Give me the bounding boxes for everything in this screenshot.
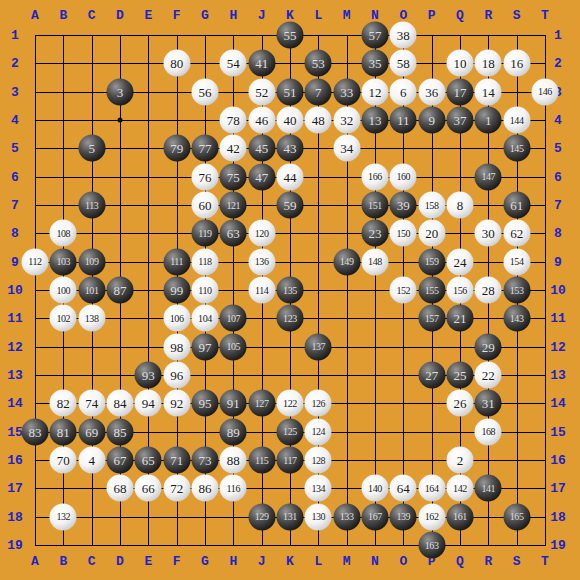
stone-black-161-Q18[interactable]: 161 [447, 503, 474, 530]
stone-white-40-K4[interactable]: 40 [277, 107, 304, 134]
stone-black-165-S18[interactable]: 165 [503, 503, 530, 530]
move-number: 17 [454, 85, 467, 98]
stone-black-147-R6[interactable]: 147 [475, 163, 502, 190]
stone-black-167-N18[interactable]: 167 [362, 503, 389, 530]
move-number: 111 [170, 257, 183, 267]
stone-black-153-S10[interactable]: 153 [503, 277, 530, 304]
row-label-left: 13 [7, 368, 23, 383]
stone-white-132-B18[interactable]: 132 [50, 503, 77, 530]
stone-black-75-H6[interactable]: 75 [220, 163, 247, 190]
stone-black-99-F10[interactable]: 99 [163, 277, 190, 304]
move-number: 115 [255, 455, 268, 465]
move-number: 47 [255, 170, 268, 183]
move-number: 78 [227, 114, 240, 127]
stone-white-120-J8[interactable]: 120 [248, 220, 275, 247]
stone-black-131-K18[interactable]: 131 [277, 503, 304, 530]
move-number: 63 [227, 227, 240, 240]
row-label-left: 4 [11, 113, 19, 128]
move-number: 41 [255, 57, 268, 70]
stone-black-103-B9[interactable]: 103 [50, 248, 77, 275]
stone-white-110-G10[interactable]: 110 [192, 277, 219, 304]
stone-black-123-K11[interactable]: 123 [277, 305, 304, 332]
stone-black-23-N8[interactable]: 23 [362, 220, 389, 247]
move-number: 9 [428, 114, 435, 127]
move-number: 52 [255, 85, 268, 98]
stone-white-12-N3[interactable]: 12 [362, 78, 389, 105]
stone-white-28-R10[interactable]: 28 [475, 277, 502, 304]
stone-black-45-J5[interactable]: 45 [248, 135, 275, 162]
stone-black-87-D10[interactable]: 87 [107, 277, 134, 304]
move-number: 33 [340, 85, 353, 98]
stone-white-54-H2[interactable]: 54 [220, 50, 247, 77]
stone-black-95-G14[interactable]: 95 [192, 390, 219, 417]
stone-white-86-G17[interactable]: 86 [192, 475, 219, 502]
stone-white-100-B10[interactable]: 100 [50, 277, 77, 304]
stone-white-56-G3[interactable]: 56 [192, 78, 219, 105]
stone-white-158-P7[interactable]: 158 [418, 192, 445, 219]
stone-white-46-J4[interactable]: 46 [248, 107, 275, 134]
stone-black-91-H14[interactable]: 91 [220, 390, 247, 417]
row-label-right: 8 [554, 226, 562, 241]
column-label-bottom: L [314, 554, 322, 569]
stone-white-84-D14[interactable]: 84 [107, 390, 134, 417]
move-number: 20 [425, 227, 438, 240]
row-label-left: 14 [7, 396, 23, 411]
stone-black-107-H11[interactable]: 107 [220, 305, 247, 332]
column-label-top: J [258, 8, 266, 23]
stone-black-141-R17[interactable]: 141 [475, 475, 502, 502]
column-label-top: C [88, 8, 96, 23]
move-number: 64 [397, 482, 410, 495]
stone-black-59-K7[interactable]: 59 [277, 192, 304, 219]
stone-black-65-E16[interactable]: 65 [135, 447, 162, 474]
stone-white-78-H4[interactable]: 78 [220, 107, 247, 134]
stone-white-34-M5[interactable]: 34 [333, 135, 360, 162]
move-number: 150 [396, 228, 410, 238]
move-number: 127 [255, 398, 269, 408]
row-label-right: 9 [554, 254, 562, 269]
stone-white-122-K14[interactable]: 122 [277, 390, 304, 417]
move-number: 167 [368, 512, 382, 522]
move-number: 13 [369, 114, 382, 127]
stone-white-94-E14[interactable]: 94 [135, 390, 162, 417]
move-number: 14 [482, 85, 495, 98]
stone-black-93-E13[interactable]: 93 [135, 362, 162, 389]
stone-black-109-C9[interactable]: 109 [78, 248, 105, 275]
stone-white-20-P8[interactable]: 20 [418, 220, 445, 247]
stone-black-31-R14[interactable]: 31 [475, 390, 502, 417]
grid-line-horizontal [35, 347, 546, 348]
move-number: 72 [170, 482, 183, 495]
stone-white-26-Q14[interactable]: 26 [447, 390, 474, 417]
move-number: 126 [311, 398, 325, 408]
stone-black-5-C5[interactable]: 5 [78, 135, 105, 162]
move-number: 53 [312, 57, 325, 70]
move-number: 8 [457, 199, 464, 212]
column-label-bottom: N [371, 554, 379, 569]
move-number: 88 [227, 454, 240, 467]
column-label-bottom: G [201, 554, 209, 569]
stone-white-126-L14[interactable]: 126 [305, 390, 332, 417]
column-label-top: P [428, 8, 436, 23]
stone-white-8-Q7[interactable]: 8 [447, 192, 474, 219]
move-number: 120 [255, 228, 269, 238]
stone-white-108-B8[interactable]: 108 [50, 220, 77, 247]
move-number: 109 [85, 257, 99, 267]
move-number: 26 [454, 397, 467, 410]
column-label-bottom: D [116, 554, 124, 569]
move-number: 40 [284, 114, 297, 127]
stone-white-88-H16[interactable]: 88 [220, 447, 247, 474]
move-number: 161 [453, 512, 467, 522]
stone-black-33-M3[interactable]: 33 [333, 78, 360, 105]
move-number: 25 [454, 369, 467, 382]
stone-white-38-O1[interactable]: 38 [390, 22, 417, 49]
stone-white-96-F13[interactable]: 96 [163, 362, 190, 389]
move-number: 108 [56, 228, 70, 238]
stone-black-83-A15[interactable]: 83 [22, 418, 49, 445]
stone-black-143-S11[interactable]: 143 [503, 305, 530, 332]
move-number: 106 [170, 313, 184, 323]
stone-black-11-O4[interactable]: 11 [390, 107, 417, 134]
stone-black-61-S7[interactable]: 61 [503, 192, 530, 219]
row-label-right: 2 [554, 56, 562, 71]
stone-white-4-C16[interactable]: 4 [78, 447, 105, 474]
stone-white-116-H17[interactable]: 116 [220, 475, 247, 502]
move-number: 37 [454, 114, 467, 127]
move-number: 98 [170, 340, 183, 353]
column-label-top: T [541, 8, 549, 23]
move-number: 166 [368, 172, 382, 182]
stone-white-130-L18[interactable]: 130 [305, 503, 332, 530]
stone-black-121-H7[interactable]: 121 [220, 192, 247, 219]
stone-black-89-H15[interactable]: 89 [220, 418, 247, 445]
move-number: 102 [56, 313, 70, 323]
column-label-top: D [116, 8, 124, 23]
stone-white-104-G11[interactable]: 104 [192, 305, 219, 332]
stone-white-146-T3[interactable]: 146 [532, 78, 559, 105]
stone-white-80-F2[interactable]: 80 [163, 50, 190, 77]
stone-black-79-F5[interactable]: 79 [163, 135, 190, 162]
stone-black-81-B15[interactable]: 81 [50, 418, 77, 445]
move-number: 142 [453, 483, 467, 493]
stone-black-159-P9[interactable]: 159 [418, 248, 445, 275]
stone-white-48-L4[interactable]: 48 [305, 107, 332, 134]
move-number: 5 [88, 142, 95, 155]
stone-black-47-J6[interactable]: 47 [248, 163, 275, 190]
stone-white-62-S8[interactable]: 62 [503, 220, 530, 247]
stone-black-67-D16[interactable]: 67 [107, 447, 134, 474]
stone-black-163-P19[interactable]: 163 [418, 532, 445, 559]
stone-white-124-L15[interactable]: 124 [305, 418, 332, 445]
stone-white-138-C11[interactable]: 138 [78, 305, 105, 332]
stone-black-39-O7[interactable]: 39 [390, 192, 417, 219]
stone-white-142-Q17[interactable]: 142 [447, 475, 474, 502]
stone-white-140-N17[interactable]: 140 [362, 475, 389, 502]
move-number: 157 [425, 313, 439, 323]
stone-white-36-P3[interactable]: 36 [418, 78, 445, 105]
stone-white-76-G6[interactable]: 76 [192, 163, 219, 190]
move-number: 119 [198, 228, 211, 238]
stone-black-151-N7[interactable]: 151 [362, 192, 389, 219]
move-number: 10 [454, 57, 467, 70]
stone-black-117-K16[interactable]: 117 [277, 447, 304, 474]
move-number: 18 [482, 57, 495, 70]
stone-black-69-C15[interactable]: 69 [78, 418, 105, 445]
column-label-bottom: Q [456, 554, 464, 569]
stone-black-149-M9[interactable]: 149 [333, 248, 360, 275]
move-number: 82 [57, 397, 70, 410]
move-number: 160 [396, 172, 410, 182]
move-number: 95 [199, 397, 212, 410]
move-number: 97 [199, 340, 212, 353]
stone-black-119-G8[interactable]: 119 [192, 220, 219, 247]
move-number: 69 [85, 425, 98, 438]
stone-black-127-J14[interactable]: 127 [248, 390, 275, 417]
stone-black-129-J18[interactable]: 129 [248, 503, 275, 530]
stone-black-63-H8[interactable]: 63 [220, 220, 247, 247]
column-label-bottom: A [31, 554, 39, 569]
stone-black-125-K15[interactable]: 125 [277, 418, 304, 445]
row-label-left: 11 [7, 311, 23, 326]
row-label-left: 2 [11, 56, 19, 71]
stone-black-27-P13[interactable]: 27 [418, 362, 445, 389]
move-number: 30 [482, 227, 495, 240]
stone-black-139-O18[interactable]: 139 [390, 503, 417, 530]
column-label-bottom: K [286, 554, 294, 569]
move-number: 86 [199, 482, 212, 495]
stone-white-68-D17[interactable]: 68 [107, 475, 134, 502]
column-label-top: E [144, 8, 152, 23]
stone-white-82-B14[interactable]: 82 [50, 390, 77, 417]
move-number: 44 [284, 170, 297, 183]
move-number: 134 [311, 483, 325, 493]
move-number: 39 [397, 199, 410, 212]
stone-white-58-O2[interactable]: 58 [390, 50, 417, 77]
stone-white-164-P17[interactable]: 164 [418, 475, 445, 502]
move-number: 84 [114, 397, 127, 410]
row-label-left: 8 [11, 226, 19, 241]
column-label-bottom: C [88, 554, 96, 569]
move-number: 148 [368, 257, 382, 267]
stone-black-13-N4[interactable]: 13 [362, 107, 389, 134]
stone-white-168-R15[interactable]: 168 [475, 418, 502, 445]
stone-white-30-R8[interactable]: 30 [475, 220, 502, 247]
move-number: 89 [227, 425, 240, 438]
stone-black-7-L3[interactable]: 7 [305, 78, 332, 105]
column-label-bottom: F [173, 554, 181, 569]
stone-black-25-Q13[interactable]: 25 [447, 362, 474, 389]
stone-white-112-A9[interactable]: 112 [22, 248, 49, 275]
stone-black-85-D15[interactable]: 85 [107, 418, 134, 445]
stone-black-145-S5[interactable]: 145 [503, 135, 530, 162]
stone-black-43-K5[interactable]: 43 [277, 135, 304, 162]
stone-white-22-R13[interactable]: 22 [475, 362, 502, 389]
stone-white-70-B16[interactable]: 70 [50, 447, 77, 474]
move-number: 87 [114, 284, 127, 297]
move-number: 112 [28, 257, 41, 267]
row-label-right: 10 [550, 283, 566, 298]
stone-white-118-G9[interactable]: 118 [192, 248, 219, 275]
move-number: 2 [457, 454, 464, 467]
row-label-left: 1 [11, 28, 19, 43]
stone-white-18-R2[interactable]: 18 [475, 50, 502, 77]
stone-white-72-F17[interactable]: 72 [163, 475, 190, 502]
stone-white-6-O3[interactable]: 6 [390, 78, 417, 105]
stone-white-10-Q2[interactable]: 10 [447, 50, 474, 77]
move-number: 74 [85, 397, 98, 410]
stone-white-162-P18[interactable]: 162 [418, 503, 445, 530]
column-label-bottom: J [258, 554, 266, 569]
stone-black-37-Q4[interactable]: 37 [447, 107, 474, 134]
move-number: 51 [284, 85, 297, 98]
stone-white-74-C14[interactable]: 74 [78, 390, 105, 417]
stone-white-2-Q16[interactable]: 2 [447, 447, 474, 474]
column-label-top: F [173, 8, 181, 23]
move-number: 57 [369, 29, 382, 42]
stone-black-51-K3[interactable]: 51 [277, 78, 304, 105]
stone-black-9-P4[interactable]: 9 [418, 107, 445, 134]
move-number: 66 [142, 482, 155, 495]
move-number: 123 [283, 313, 297, 323]
column-label-top: G [201, 8, 209, 23]
stone-white-98-F12[interactable]: 98 [163, 333, 190, 360]
stone-black-41-J2[interactable]: 41 [248, 50, 275, 77]
stone-black-35-N2[interactable]: 35 [362, 50, 389, 77]
stone-white-42-H5[interactable]: 42 [220, 135, 247, 162]
move-number: 55 [284, 29, 297, 42]
stone-white-60-G7[interactable]: 60 [192, 192, 219, 219]
stone-black-1-R4[interactable]: 1 [475, 107, 502, 134]
row-label-right: 1 [554, 28, 562, 43]
move-number: 94 [142, 397, 155, 410]
stone-black-77-G5[interactable]: 77 [192, 135, 219, 162]
stone-white-134-L17[interactable]: 134 [305, 475, 332, 502]
row-label-left: 12 [7, 339, 23, 354]
move-number: 59 [284, 199, 297, 212]
move-number: 105 [226, 342, 240, 352]
go-board[interactable]: AA11BB22CC33DD44EE55FF66GG77HH88JJ99KK10… [0, 0, 580, 580]
stone-black-29-R12[interactable]: 29 [475, 333, 502, 360]
row-label-left: 5 [11, 141, 19, 156]
stone-black-97-G12[interactable]: 97 [192, 333, 219, 360]
row-label-right: 6 [554, 169, 562, 184]
stone-black-157-P11[interactable]: 157 [418, 305, 445, 332]
stone-white-106-F11[interactable]: 106 [163, 305, 190, 332]
stone-black-3-D3[interactable]: 3 [107, 78, 134, 105]
stone-white-92-F14[interactable]: 92 [163, 390, 190, 417]
column-label-top: Q [456, 8, 464, 23]
stone-white-154-S9[interactable]: 154 [503, 248, 530, 275]
move-number: 104 [198, 313, 212, 323]
stone-black-133-M18[interactable]: 133 [333, 503, 360, 530]
stone-black-57-N1[interactable]: 57 [362, 22, 389, 49]
stone-white-136-J9[interactable]: 136 [248, 248, 275, 275]
stone-black-101-C10[interactable]: 101 [78, 277, 105, 304]
move-number: 147 [481, 172, 495, 182]
move-number: 65 [142, 454, 155, 467]
move-number: 28 [482, 284, 495, 297]
stone-white-24-Q9[interactable]: 24 [447, 248, 474, 275]
stone-black-137-L12[interactable]: 137 [305, 333, 332, 360]
move-number: 137 [311, 342, 325, 352]
column-label-top: M [343, 8, 351, 23]
row-label-right: 7 [554, 198, 562, 213]
column-label-top: N [371, 8, 379, 23]
move-number: 11 [397, 114, 410, 127]
stone-white-144-S4[interactable]: 144 [503, 107, 530, 134]
stone-black-21-Q11[interactable]: 21 [447, 305, 474, 332]
move-number: 118 [198, 257, 211, 267]
column-label-top: H [229, 8, 237, 23]
move-number: 122 [283, 398, 297, 408]
stone-white-160-O6[interactable]: 160 [390, 163, 417, 190]
grid-line-horizontal [35, 545, 546, 546]
move-number: 4 [88, 454, 95, 467]
stone-black-55-K1[interactable]: 55 [277, 22, 304, 49]
stone-white-64-O17[interactable]: 64 [390, 475, 417, 502]
grid-line-vertical [545, 35, 546, 546]
stone-black-111-F9[interactable]: 111 [163, 248, 190, 275]
row-label-right: 11 [550, 311, 566, 326]
stone-white-114-J10[interactable]: 114 [248, 277, 275, 304]
stone-black-115-J16[interactable]: 115 [248, 447, 275, 474]
stone-white-52-J3[interactable]: 52 [248, 78, 275, 105]
column-label-bottom: S [513, 554, 521, 569]
stone-white-166-N6[interactable]: 166 [362, 163, 389, 190]
stone-black-105-H12[interactable]: 105 [220, 333, 247, 360]
stone-white-156-Q10[interactable]: 156 [447, 277, 474, 304]
stone-white-44-K6[interactable]: 44 [277, 163, 304, 190]
move-number: 12 [369, 85, 382, 98]
stone-black-73-G16[interactable]: 73 [192, 447, 219, 474]
stone-white-148-N9[interactable]: 148 [362, 248, 389, 275]
row-label-left: 10 [7, 283, 23, 298]
move-number: 114 [255, 285, 268, 295]
stone-black-135-K10[interactable]: 135 [277, 277, 304, 304]
move-number: 138 [85, 313, 99, 323]
move-number: 100 [56, 285, 70, 295]
move-number: 6 [400, 85, 407, 98]
row-label-right: 18 [550, 509, 566, 524]
move-number: 140 [368, 483, 382, 493]
column-label-bottom: O [399, 554, 407, 569]
stone-white-66-E17[interactable]: 66 [135, 475, 162, 502]
move-number: 7 [315, 85, 322, 98]
move-number: 168 [481, 427, 495, 437]
move-number: 3 [117, 85, 124, 98]
stone-white-150-O8[interactable]: 150 [390, 220, 417, 247]
stone-white-102-B11[interactable]: 102 [50, 305, 77, 332]
move-number: 31 [482, 397, 495, 410]
move-number: 43 [284, 142, 297, 155]
move-number: 46 [255, 114, 268, 127]
move-number: 34 [340, 142, 353, 155]
stone-black-155-P10[interactable]: 155 [418, 277, 445, 304]
stone-white-32-M4[interactable]: 32 [333, 107, 360, 134]
move-number: 93 [142, 369, 155, 382]
stone-black-17-Q3[interactable]: 17 [447, 78, 474, 105]
stone-white-14-R3[interactable]: 14 [475, 78, 502, 105]
stone-white-128-L16[interactable]: 128 [305, 447, 332, 474]
stone-white-152-O10[interactable]: 152 [390, 277, 417, 304]
move-number: 96 [170, 369, 183, 382]
stone-white-16-S2[interactable]: 16 [503, 50, 530, 77]
stone-black-71-F16[interactable]: 71 [163, 447, 190, 474]
move-number: 155 [425, 285, 439, 295]
stone-black-113-C7[interactable]: 113 [78, 192, 105, 219]
stone-black-53-L2[interactable]: 53 [305, 50, 332, 77]
